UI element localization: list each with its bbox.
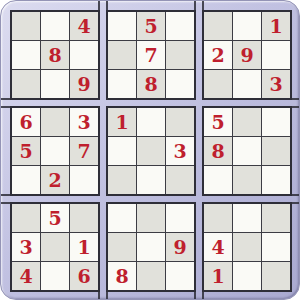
cell-r9c1[interactable]: 4	[12, 262, 40, 290]
frame-gridline-tick	[202, 290, 204, 299]
frame-gridline-tick	[290, 106, 299, 108]
cell-r4c2[interactable]	[41, 108, 69, 136]
cell-r4c7[interactable]: 5	[204, 108, 232, 136]
box-2-1: 63572	[10, 106, 100, 196]
cell-r2c2[interactable]: 8	[41, 41, 69, 69]
frame-gridline-tick	[202, 1, 204, 10]
box-1-3: 1293	[202, 10, 292, 100]
cell-r1c8[interactable]	[233, 12, 261, 40]
cell-r1c1[interactable]	[12, 12, 40, 40]
cell-r9c3[interactable]: 6	[70, 262, 98, 290]
cell-r1c2[interactable]	[41, 12, 69, 40]
cell-r7c3[interactable]	[70, 204, 98, 232]
frame-gridline-tick	[98, 1, 100, 10]
cell-r6c3[interactable]	[70, 166, 98, 194]
cell-r5c6[interactable]: 3	[166, 137, 194, 165]
cell-r7c8[interactable]	[233, 204, 261, 232]
cell-r7c4[interactable]	[108, 204, 136, 232]
cell-r3c7[interactable]	[204, 70, 232, 98]
frame-gridline-tick	[290, 194, 299, 196]
frame-gridline-tick	[290, 98, 299, 100]
cell-r3c2[interactable]	[41, 70, 69, 98]
cell-r7c6[interactable]	[166, 204, 194, 232]
box-2-2: 13	[106, 106, 196, 196]
sudoku-board: 4895781293635721358531469841	[10, 10, 292, 292]
cell-r3c9[interactable]: 3	[262, 70, 290, 98]
box-1-1: 489	[10, 10, 100, 100]
cell-r2c1[interactable]	[12, 41, 40, 69]
cell-r1c4[interactable]	[108, 12, 136, 40]
cell-r9c6[interactable]	[166, 262, 194, 290]
cell-r5c2[interactable]	[41, 137, 69, 165]
cell-r3c5[interactable]: 8	[137, 70, 165, 98]
cell-r6c1[interactable]	[12, 166, 40, 194]
frame-gridline-tick	[194, 1, 196, 10]
cell-r6c6[interactable]	[166, 166, 194, 194]
cell-r9c2[interactable]	[41, 262, 69, 290]
cell-r7c1[interactable]	[12, 204, 40, 232]
cell-r2c5[interactable]: 7	[137, 41, 165, 69]
cell-r8c6[interactable]: 9	[166, 233, 194, 261]
cell-r9c4[interactable]: 8	[108, 262, 136, 290]
cell-r7c2[interactable]: 5	[41, 204, 69, 232]
cell-r9c8[interactable]	[233, 262, 261, 290]
cell-r1c6[interactable]	[166, 12, 194, 40]
frame-gridline-tick	[1, 98, 10, 100]
cell-r4c3[interactable]: 3	[70, 108, 98, 136]
box-3-2: 98	[106, 202, 196, 292]
frame-gridline-tick	[1, 106, 10, 108]
cell-r4c6[interactable]	[166, 108, 194, 136]
frame-gridline-tick	[98, 290, 100, 299]
cell-r3c6[interactable]	[166, 70, 194, 98]
cell-r7c5[interactable]	[137, 204, 165, 232]
cell-r8c3[interactable]: 1	[70, 233, 98, 261]
cell-r2c9[interactable]	[262, 41, 290, 69]
cell-r1c5[interactable]: 5	[137, 12, 165, 40]
box-3-3: 41	[202, 202, 292, 292]
cell-r6c5[interactable]	[137, 166, 165, 194]
cell-r5c9[interactable]	[262, 137, 290, 165]
frame-gridline-tick	[1, 202, 10, 204]
cell-r2c8[interactable]: 9	[233, 41, 261, 69]
cell-r3c8[interactable]	[233, 70, 261, 98]
cell-r8c8[interactable]	[233, 233, 261, 261]
board-frame: 4895781293635721358531469841	[0, 0, 300, 300]
cell-r4c9[interactable]	[262, 108, 290, 136]
sudoku-app: 4895781293635721358531469841	[0, 0, 300, 300]
cell-r8c5[interactable]	[137, 233, 165, 261]
cell-r4c1[interactable]: 6	[12, 108, 40, 136]
frame-gridline-tick	[194, 290, 196, 299]
cell-r7c9[interactable]	[262, 204, 290, 232]
cell-r5c1[interactable]: 5	[12, 137, 40, 165]
cell-r6c8[interactable]	[233, 166, 261, 194]
cell-r5c3[interactable]: 7	[70, 137, 98, 165]
cell-r2c6[interactable]	[166, 41, 194, 69]
cell-r8c7[interactable]: 4	[204, 233, 232, 261]
frame-gridline-tick	[106, 1, 108, 10]
cell-r7c7[interactable]	[204, 204, 232, 232]
cell-r4c8[interactable]	[233, 108, 261, 136]
cell-r5c7[interactable]: 8	[204, 137, 232, 165]
cell-r2c7[interactable]: 2	[204, 41, 232, 69]
cell-r6c7[interactable]	[204, 166, 232, 194]
cell-r2c4[interactable]	[108, 41, 136, 69]
cell-r8c2[interactable]	[41, 233, 69, 261]
cell-r5c5[interactable]	[137, 137, 165, 165]
cell-r6c9[interactable]	[262, 166, 290, 194]
cell-r4c5[interactable]	[137, 108, 165, 136]
frame-gridline-tick	[106, 290, 108, 299]
cell-r1c7[interactable]	[204, 12, 232, 40]
cell-r4c4[interactable]: 1	[108, 108, 136, 136]
box-1-2: 578	[106, 10, 196, 100]
cell-r5c8[interactable]	[233, 137, 261, 165]
box-2-3: 58	[202, 106, 292, 196]
cell-r9c5[interactable]	[137, 262, 165, 290]
cell-r3c3[interactable]: 9	[70, 70, 98, 98]
cell-r3c1[interactable]	[12, 70, 40, 98]
cell-r1c3[interactable]: 4	[70, 12, 98, 40]
frame-gridline-tick	[290, 202, 299, 204]
cell-r9c9[interactable]	[262, 262, 290, 290]
cell-r6c4[interactable]	[108, 166, 136, 194]
cell-r6c2[interactable]: 2	[41, 166, 69, 194]
cell-r1c9[interactable]: 1	[262, 12, 290, 40]
cell-r8c1[interactable]: 3	[12, 233, 40, 261]
cell-r8c4[interactable]	[108, 233, 136, 261]
frame-gridline-tick	[1, 194, 10, 196]
cell-r2c3[interactable]	[70, 41, 98, 69]
cell-r3c4[interactable]	[108, 70, 136, 98]
cell-r5c4[interactable]	[108, 137, 136, 165]
cell-r8c9[interactable]	[262, 233, 290, 261]
box-3-1: 53146	[10, 202, 100, 292]
cell-r9c7[interactable]: 1	[204, 262, 232, 290]
